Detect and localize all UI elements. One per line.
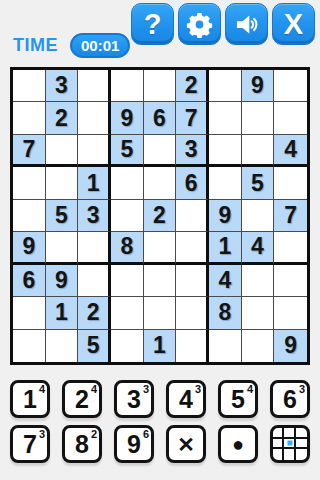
pad-digit-4[interactable]: 4 3 xyxy=(166,380,206,418)
pad-digit-count: 4 xyxy=(39,383,45,395)
sudoku-board: 32929677534165532979814694128519 xyxy=(10,67,310,365)
pad-digit-count: 3 xyxy=(143,383,149,395)
cell-r8c4[interactable] xyxy=(111,297,144,329)
time-row: TIME 00:01 xyxy=(13,33,130,58)
cell-r5c9[interactable]: 7 xyxy=(274,200,307,232)
cell-r4c1[interactable] xyxy=(13,167,46,199)
cell-r1c2[interactable]: 3 xyxy=(46,70,79,102)
cell-r9c7[interactable] xyxy=(209,330,242,362)
cell-r7c2[interactable]: 9 xyxy=(46,265,79,297)
cell-r3c1[interactable]: 7 xyxy=(13,135,46,167)
cell-r5c2[interactable]: 5 xyxy=(46,200,79,232)
cell-r1c7[interactable] xyxy=(209,70,242,102)
pad-digit-count: 3 xyxy=(299,383,305,395)
cell-r9c5[interactable]: 1 xyxy=(144,330,177,362)
cell-r6c9[interactable] xyxy=(274,232,307,264)
cell-r4c8[interactable]: 5 xyxy=(242,167,275,199)
cell-r4c6[interactable]: 6 xyxy=(176,167,209,199)
pad-digit-count: 3 xyxy=(39,428,45,440)
cell-r1c4[interactable] xyxy=(111,70,144,102)
pad-digit-label: 4 xyxy=(179,387,193,412)
pencil-dot-icon: ● xyxy=(232,434,244,454)
cell-r9c1[interactable] xyxy=(13,330,46,362)
cell-r5c6[interactable] xyxy=(176,200,209,232)
cell-r2c3[interactable] xyxy=(78,102,111,134)
cell-r7c3[interactable] xyxy=(78,265,111,297)
pencil-button[interactable]: ● xyxy=(218,425,258,463)
cell-r7c1[interactable]: 6 xyxy=(13,265,46,297)
cell-r9c8[interactable] xyxy=(242,330,275,362)
sudoku-app: ? X TIME 00:01 3292967753416553297981469… xyxy=(0,0,320,480)
cell-r1c9[interactable] xyxy=(274,70,307,102)
cell-r4c2[interactable] xyxy=(46,167,79,199)
cell-r7c5[interactable] xyxy=(144,265,177,297)
cell-r1c1[interactable] xyxy=(13,70,46,102)
toolbar: ? X xyxy=(131,3,315,45)
cell-r8c2[interactable]: 1 xyxy=(46,297,79,329)
pad-digit-7[interactable]: 7 3 xyxy=(10,425,50,463)
cell-r7c4[interactable] xyxy=(111,265,144,297)
settings-button[interactable] xyxy=(178,3,221,45)
cell-r8c5[interactable] xyxy=(144,297,177,329)
cell-r1c5[interactable] xyxy=(144,70,177,102)
cell-r7c9[interactable] xyxy=(274,265,307,297)
cell-r3c2[interactable] xyxy=(46,135,79,167)
gear-icon xyxy=(186,11,213,38)
cell-r6c8[interactable]: 4 xyxy=(242,232,275,264)
cell-r2c1[interactable] xyxy=(13,102,46,134)
cell-r2c2[interactable]: 2 xyxy=(46,102,79,134)
cell-r6c1[interactable]: 9 xyxy=(13,232,46,264)
pad-digit-label: 5 xyxy=(231,387,245,412)
cell-r2c5[interactable]: 6 xyxy=(144,102,177,134)
speaker-icon xyxy=(233,11,260,38)
cell-r4c4[interactable] xyxy=(111,167,144,199)
cell-r3c9[interactable]: 4 xyxy=(274,135,307,167)
question-mark-icon: ? xyxy=(144,10,162,39)
pad-digit-1[interactable]: 1 4 xyxy=(10,380,50,418)
pad-digit-label: 8 xyxy=(75,432,89,457)
pad-digit-count: 6 xyxy=(143,428,149,440)
cell-r8c1[interactable] xyxy=(13,297,46,329)
cell-r6c3[interactable] xyxy=(78,232,111,264)
cell-r2c6[interactable]: 7 xyxy=(176,102,209,134)
cell-r7c7[interactable]: 4 xyxy=(209,265,242,297)
erase-x-icon: ✕ xyxy=(177,434,195,455)
cell-r5c4[interactable] xyxy=(111,200,144,232)
cell-r3c4[interactable]: 5 xyxy=(111,135,144,167)
cell-r9c6[interactable] xyxy=(176,330,209,362)
cell-r5c7[interactable]: 9 xyxy=(209,200,242,232)
cell-r1c6[interactable]: 2 xyxy=(176,70,209,102)
cell-r9c2[interactable] xyxy=(46,330,79,362)
pad-digit-3[interactable]: 3 3 xyxy=(114,380,154,418)
pad-digit-label: 2 xyxy=(75,387,89,412)
cell-r7c6[interactable] xyxy=(176,265,209,297)
cell-r2c4[interactable]: 9 xyxy=(111,102,144,134)
pad-digit-8[interactable]: 8 2 xyxy=(62,425,102,463)
cell-r5c5[interactable]: 2 xyxy=(144,200,177,232)
pad-digit-count: 4 xyxy=(91,383,97,395)
pad-digit-count: 3 xyxy=(195,383,201,395)
cell-r4c9[interactable] xyxy=(274,167,307,199)
cell-r1c3[interactable] xyxy=(78,70,111,102)
pad-digit-2[interactable]: 2 4 xyxy=(62,380,102,418)
cell-r3c6[interactable]: 3 xyxy=(176,135,209,167)
cell-r8c9[interactable] xyxy=(274,297,307,329)
number-pad: 1 4 2 4 3 3 4 3 5 4 6 3 7 3 8 2 xyxy=(10,380,310,463)
cell-r6c2[interactable] xyxy=(46,232,79,264)
pad-digit-label: 7 xyxy=(23,432,37,457)
pad-digit-count: 4 xyxy=(247,383,253,395)
pad-digit-count: 2 xyxy=(91,428,97,440)
grid-mode-button[interactable] xyxy=(270,425,310,463)
cell-r4c7[interactable] xyxy=(209,167,242,199)
cell-r3c7[interactable] xyxy=(209,135,242,167)
cell-r5c3[interactable]: 3 xyxy=(78,200,111,232)
timer-display: 00:01 xyxy=(70,33,130,58)
cell-r7c8[interactable] xyxy=(242,265,275,297)
cell-r5c8[interactable] xyxy=(242,200,275,232)
cell-r2c9[interactable] xyxy=(274,102,307,134)
erase-button[interactable]: ✕ xyxy=(166,425,206,463)
cell-r6c7[interactable]: 1 xyxy=(209,232,242,264)
mini-grid-marker xyxy=(288,440,293,445)
pad-digit-label: 9 xyxy=(127,432,141,457)
cell-r8c6[interactable] xyxy=(176,297,209,329)
pad-digit-6[interactable]: 6 3 xyxy=(270,380,310,418)
cell-r9c4[interactable] xyxy=(111,330,144,362)
close-button[interactable]: X xyxy=(272,3,315,45)
cell-r9c9[interactable]: 9 xyxy=(274,330,307,362)
cell-r3c3[interactable] xyxy=(78,135,111,167)
cell-r9c3[interactable]: 5 xyxy=(78,330,111,362)
sound-button[interactable] xyxy=(225,3,268,45)
pad-digit-5[interactable]: 5 4 xyxy=(218,380,258,418)
cell-r8c7[interactable]: 8 xyxy=(209,297,242,329)
cell-r4c5[interactable] xyxy=(144,167,177,199)
pad-digit-label: 3 xyxy=(127,387,141,412)
cell-r4c3[interactable]: 1 xyxy=(78,167,111,199)
pad-digit-9[interactable]: 9 6 xyxy=(114,425,154,463)
cell-r6c6[interactable] xyxy=(176,232,209,264)
pad-digit-label: 6 xyxy=(283,387,297,412)
help-button[interactable]: ? xyxy=(131,3,174,45)
cell-r3c8[interactable] xyxy=(242,135,275,167)
pad-digit-label: 1 xyxy=(23,387,37,412)
cell-r6c5[interactable] xyxy=(144,232,177,264)
cell-r6c4[interactable]: 8 xyxy=(111,232,144,264)
cell-r1c8[interactable]: 9 xyxy=(242,70,275,102)
cell-r8c3[interactable]: 2 xyxy=(78,297,111,329)
x-icon: X xyxy=(284,10,303,39)
cell-r5c1[interactable] xyxy=(13,200,46,232)
cell-r8c8[interactable] xyxy=(242,297,275,329)
cell-r3c5[interactable] xyxy=(144,135,177,167)
cell-r2c8[interactable] xyxy=(242,102,275,134)
cell-r2c7[interactable] xyxy=(209,102,242,134)
time-label: TIME xyxy=(13,35,58,56)
